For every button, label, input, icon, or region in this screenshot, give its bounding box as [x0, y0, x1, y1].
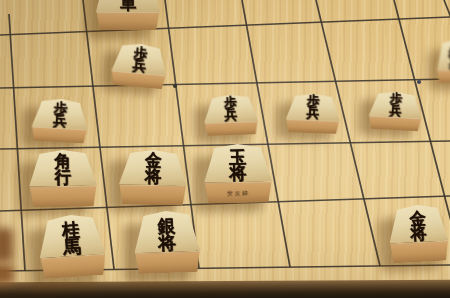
piece-kanji: 行 — [55, 169, 72, 186]
out-of-focus-piece — [0, 264, 14, 284]
piece-top-face: 角行 — [29, 149, 98, 186]
piece-front-face — [119, 184, 187, 205]
piece-kanji: 将 — [229, 165, 246, 183]
piece-front-face — [96, 12, 160, 30]
piece-top-face: 金将 — [388, 203, 449, 243]
piece-gold-general[interactable]: 金将 — [119, 149, 188, 204]
shogi-board-photo: 飛車歩兵歩兵歩兵歩兵歩兵歩兵角行金将玉将安次錦桂馬銀将金将 — [0, 0, 450, 298]
piece-top-face: 歩兵 — [111, 42, 168, 76]
piece-top-face: 玉将 — [203, 143, 272, 182]
piece-gold-general[interactable]: 金将 — [388, 203, 450, 262]
piece-top-face: 歩兵 — [369, 91, 423, 119]
piece-pawn[interactable]: 歩兵 — [285, 93, 340, 133]
piece-pawn[interactable]: 歩兵 — [368, 91, 423, 131]
piece-silver-general[interactable]: 銀将 — [133, 210, 201, 273]
piece-piece-partial-right[interactable]: 歩兵 — [437, 40, 450, 82]
piece-top-face: 金将 — [119, 149, 188, 185]
piece-top-face: 桂馬 — [37, 213, 106, 259]
star-point — [173, 84, 177, 88]
piece-pawn[interactable]: 歩兵 — [203, 94, 258, 135]
piece-front-face — [368, 116, 422, 132]
piece-rook-partial-top[interactable]: 飛車 — [96, 0, 160, 29]
piece-kanji: 将 — [158, 234, 176, 252]
piece-kanji: 兵 — [53, 114, 67, 128]
piece-bishop[interactable]: 角行 — [29, 149, 98, 206]
piece-front-face — [390, 240, 450, 263]
piece-pawn[interactable]: 歩兵 — [110, 42, 168, 89]
piece-kanji: 馬 — [63, 238, 82, 257]
piece-front-face — [31, 127, 88, 144]
piece-knight[interactable]: 桂馬 — [37, 213, 107, 278]
maker-mark: 安次錦 — [227, 189, 250, 198]
star-point — [417, 80, 421, 84]
piece-king-gyoku[interactable]: 玉将安次錦 — [203, 143, 272, 202]
piece-top-face: 歩兵 — [203, 94, 258, 123]
piece-top-face: 歩兵 — [32, 98, 89, 130]
piece-pawn[interactable]: 歩兵 — [31, 98, 89, 143]
piece-kanji: 兵 — [224, 109, 237, 123]
piece-front-face — [29, 185, 97, 207]
piece-kanji: 将 — [410, 226, 427, 243]
piece-front-face — [134, 251, 201, 274]
piece-kanji: 将 — [145, 168, 162, 185]
piece-front-face: 安次錦 — [204, 181, 272, 203]
rank-line-1 — [0, 17, 450, 35]
rank-line-2 — [0, 79, 450, 88]
piece-kanji: 兵 — [306, 107, 319, 121]
piece-top-face: 歩兵 — [286, 93, 341, 121]
piece-kanji: 兵 — [389, 104, 402, 117]
piece-kanji: 兵 — [132, 59, 147, 74]
piece-top-face: 銀将 — [133, 210, 200, 253]
piece-front-face — [204, 121, 258, 136]
piece-front-face — [437, 70, 450, 83]
piece-kanji: 車 — [120, 0, 136, 12]
piece-front-face — [285, 119, 339, 134]
out-of-focus-piece — [0, 228, 13, 262]
piece-top-face: 飛車 — [96, 0, 160, 12]
